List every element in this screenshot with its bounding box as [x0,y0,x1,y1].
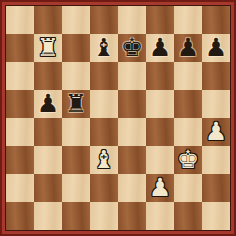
square-f5[interactable] [146,90,174,118]
square-e1[interactable] [118,202,146,230]
square-h8[interactable] [202,6,230,34]
square-d8[interactable] [90,6,118,34]
square-c5[interactable]: ♜ [62,90,90,118]
square-b2[interactable] [34,174,62,202]
piece-white-king[interactable]: ♚ [174,146,202,174]
square-h1[interactable] [202,202,230,230]
square-b8[interactable] [34,6,62,34]
square-g4[interactable] [174,118,202,146]
square-a6[interactable] [6,62,34,90]
square-a3[interactable] [6,146,34,174]
square-g7[interactable]: ♟ [174,34,202,62]
square-d5[interactable] [90,90,118,118]
square-h6[interactable] [202,62,230,90]
square-e5[interactable] [118,90,146,118]
square-b1[interactable] [34,202,62,230]
chess-board-inner-edge: ♜♝♚♟♟♟♟♜♟♝♚♟ [5,5,231,231]
piece-black-pawn[interactable]: ♟ [202,34,230,62]
square-c6[interactable] [62,62,90,90]
square-b6[interactable] [34,62,62,90]
square-e2[interactable] [118,174,146,202]
square-f2[interactable]: ♟ [146,174,174,202]
square-f7[interactable]: ♟ [146,34,174,62]
square-g2[interactable] [174,174,202,202]
piece-white-pawn[interactable]: ♟ [202,118,230,146]
square-b4[interactable] [34,118,62,146]
square-d3[interactable]: ♝ [90,146,118,174]
square-g5[interactable] [174,90,202,118]
square-c8[interactable] [62,6,90,34]
square-e6[interactable] [118,62,146,90]
square-a8[interactable] [6,6,34,34]
piece-black-pawn[interactable]: ♟ [174,34,202,62]
square-a2[interactable] [6,174,34,202]
square-a7[interactable] [6,34,34,62]
chess-board-frame: ♜♝♚♟♟♟♟♜♟♝♚♟ [0,0,236,236]
square-c7[interactable] [62,34,90,62]
square-h3[interactable] [202,146,230,174]
square-c2[interactable] [62,174,90,202]
square-d6[interactable] [90,62,118,90]
square-c3[interactable] [62,146,90,174]
square-d1[interactable] [90,202,118,230]
square-c1[interactable] [62,202,90,230]
square-h4[interactable]: ♟ [202,118,230,146]
square-a4[interactable] [6,118,34,146]
piece-black-pawn[interactable]: ♟ [34,90,62,118]
square-e3[interactable] [118,146,146,174]
square-b5[interactable]: ♟ [34,90,62,118]
square-d4[interactable] [90,118,118,146]
square-a5[interactable] [6,90,34,118]
piece-black-king[interactable]: ♚ [118,34,146,62]
piece-white-pawn[interactable]: ♟ [146,174,174,202]
chess-board: ♜♝♚♟♟♟♟♜♟♝♚♟ [6,6,230,230]
square-g1[interactable] [174,202,202,230]
square-f3[interactable] [146,146,174,174]
square-d2[interactable] [90,174,118,202]
piece-white-rook[interactable]: ♜ [34,34,62,62]
square-c4[interactable] [62,118,90,146]
square-b3[interactable] [34,146,62,174]
square-f4[interactable] [146,118,174,146]
square-h2[interactable] [202,174,230,202]
square-f8[interactable] [146,6,174,34]
piece-black-pawn[interactable]: ♟ [146,34,174,62]
square-e7[interactable]: ♚ [118,34,146,62]
square-h5[interactable] [202,90,230,118]
square-e4[interactable] [118,118,146,146]
square-b7[interactable]: ♜ [34,34,62,62]
square-f6[interactable] [146,62,174,90]
piece-white-bishop[interactable]: ♝ [90,146,118,174]
square-a1[interactable] [6,202,34,230]
square-d7[interactable]: ♝ [90,34,118,62]
square-e8[interactable] [118,6,146,34]
square-f1[interactable] [146,202,174,230]
piece-black-bishop[interactable]: ♝ [90,34,118,62]
square-h7[interactable]: ♟ [202,34,230,62]
square-g8[interactable] [174,6,202,34]
square-g3[interactable]: ♚ [174,146,202,174]
square-g6[interactable] [174,62,202,90]
piece-black-rook[interactable]: ♜ [62,90,90,118]
